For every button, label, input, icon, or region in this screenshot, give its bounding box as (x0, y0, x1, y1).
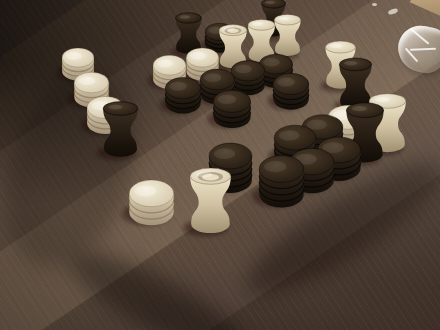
piece-black-man[interactable] (156, 60, 210, 111)
piece-white-king[interactable] (181, 160, 240, 234)
screenshot-photo (0, 0, 440, 330)
piece-black-king[interactable] (94, 93, 147, 159)
piece-black-man[interactable] (250, 136, 313, 202)
piece-white-man[interactable] (120, 160, 183, 220)
pieces-layer (0, 0, 440, 330)
piece-black-man[interactable] (204, 73, 260, 125)
plastic-scrap (372, 3, 377, 6)
